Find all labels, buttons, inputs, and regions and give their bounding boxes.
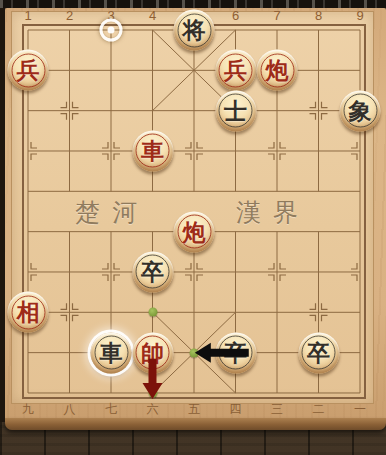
piece-black-general[interactable]: 将	[174, 10, 215, 51]
file-label-top: 7	[273, 8, 280, 23]
move-hint-dot[interactable]	[148, 388, 157, 397]
file-label-bottom: 六	[147, 401, 159, 418]
file-label-bottom: 一	[354, 401, 366, 418]
piece-character: 将	[183, 19, 206, 42]
piece-character: 士	[224, 99, 247, 122]
piece-character: 象	[349, 99, 372, 122]
xiangqi-app-screen: 楚河 漢界 123456789九八七六五四三二一 将兵兵炮士象車炮卒相車帥卒卒	[0, 0, 386, 455]
piece-red-pawn-a[interactable]: 兵	[8, 50, 49, 91]
file-label-bottom: 二	[313, 401, 325, 418]
left-cropped-strip	[0, 8, 5, 422]
piece-black-pawn-b[interactable]: 卒	[215, 332, 256, 373]
piece-character: 相	[17, 301, 40, 324]
piece-character: 車	[141, 139, 164, 162]
file-label-bottom: 七	[105, 401, 117, 418]
move-hint-dot[interactable]	[148, 308, 157, 317]
piece-black-advisor[interactable]: 士	[215, 90, 256, 131]
river-text-left: 楚河	[75, 196, 149, 229]
board-edge-bevel	[5, 418, 386, 430]
piece-black-chariot[interactable]: 車	[91, 332, 132, 373]
piece-character: 卒	[307, 341, 330, 364]
piece-character: 兵	[224, 59, 247, 82]
piece-character: 炮	[183, 220, 206, 243]
file-label-bottom: 四	[230, 401, 242, 418]
piece-black-pawn-c[interactable]: 卒	[298, 332, 339, 373]
piece-red-chariot[interactable]: 車	[132, 130, 173, 171]
piece-black-elephant[interactable]: 象	[340, 90, 381, 131]
file-label-top: 1	[24, 8, 31, 23]
piece-character: 帥	[141, 341, 164, 364]
file-label-bottom: 五	[188, 401, 200, 418]
file-label-top: 9	[356, 8, 363, 23]
cropped-top-bar	[0, 0, 386, 8]
piece-character: 炮	[266, 59, 289, 82]
piece-character: 車	[100, 341, 123, 364]
file-label-bottom: 九	[22, 401, 34, 418]
piece-red-cannon-a[interactable]: 炮	[257, 50, 298, 91]
file-label-top: 8	[315, 8, 322, 23]
file-label-top: 4	[149, 8, 156, 23]
piece-red-cannon-b[interactable]: 炮	[174, 211, 215, 252]
piece-red-general[interactable]: 帥	[132, 332, 173, 373]
piece-character: 兵	[17, 59, 40, 82]
piece-red-pawn-b[interactable]: 兵	[215, 50, 256, 91]
file-label-bottom: 三	[271, 401, 283, 418]
piece-character: 卒	[141, 260, 164, 283]
piece-red-elephant[interactable]: 相	[8, 292, 49, 333]
file-label-top: 2	[66, 8, 73, 23]
file-label-top: 6	[232, 8, 239, 23]
piece-black-pawn-a[interactable]: 卒	[132, 251, 173, 292]
move-hint-dot[interactable]	[190, 348, 199, 357]
river-text-right: 漢界	[236, 196, 310, 229]
file-label-bottom: 八	[64, 401, 76, 418]
last-move-origin-marker	[100, 19, 123, 42]
piece-character: 卒	[224, 341, 247, 364]
